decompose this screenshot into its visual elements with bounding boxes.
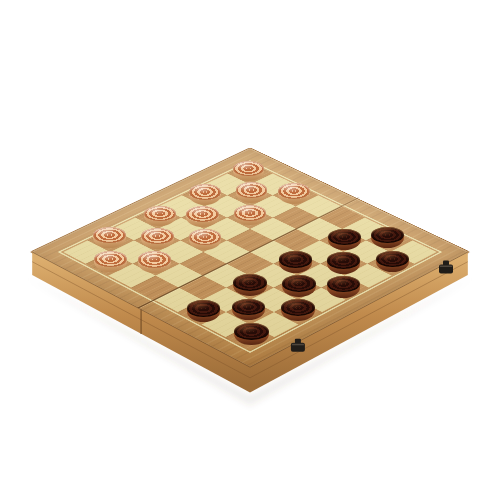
board-grid <box>63 163 436 350</box>
product-photo-scene <box>0 0 500 500</box>
checkers-board <box>29 147 470 368</box>
